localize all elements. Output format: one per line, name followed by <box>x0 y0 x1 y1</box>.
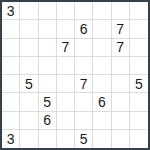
cell-r1c4[interactable] <box>57 2 75 20</box>
cell-r8c3[interactable] <box>39 130 57 148</box>
cell-r8c1[interactable]: 3 <box>2 130 20 148</box>
cell-r5c6[interactable] <box>93 75 111 93</box>
cell-r6c4[interactable] <box>57 93 75 111</box>
given-digit: 7 <box>116 40 124 54</box>
cell-r7c5[interactable] <box>75 112 93 130</box>
cell-r2c8[interactable] <box>130 20 148 38</box>
cell-r2c3[interactable] <box>39 20 57 38</box>
cell-r6c3[interactable]: 5 <box>39 93 57 111</box>
cell-r4c5[interactable] <box>75 57 93 75</box>
cell-r8c8[interactable] <box>130 130 148 148</box>
cell-r3c1[interactable] <box>2 39 20 57</box>
cell-r6c1[interactable] <box>2 93 20 111</box>
given-digit: 5 <box>43 95 51 109</box>
given-digit: 5 <box>25 77 33 91</box>
cell-r7c1[interactable] <box>2 112 20 130</box>
cell-r4c7[interactable] <box>112 57 130 75</box>
cell-r3c6[interactable] <box>93 39 111 57</box>
given-digit: 6 <box>98 95 106 109</box>
cell-r5c2[interactable]: 5 <box>20 75 38 93</box>
cell-r1c1[interactable]: 3 <box>2 2 20 20</box>
cell-r2c6[interactable] <box>93 20 111 38</box>
cell-r7c2[interactable] <box>20 112 38 130</box>
cell-r2c7[interactable]: 7 <box>112 20 130 38</box>
cell-r4c2[interactable] <box>20 57 38 75</box>
cell-r5c3[interactable] <box>39 75 57 93</box>
cell-r7c7[interactable] <box>112 112 130 130</box>
cell-r5c5[interactable]: 7 <box>75 75 93 93</box>
cell-r7c8[interactable] <box>130 112 148 130</box>
cell-r1c2[interactable] <box>20 2 38 20</box>
cell-r7c6[interactable] <box>93 112 111 130</box>
cell-r4c8[interactable] <box>130 57 148 75</box>
given-digit: 6 <box>80 22 88 36</box>
cell-r5c4[interactable] <box>57 75 75 93</box>
cell-r3c4[interactable]: 7 <box>57 39 75 57</box>
cell-r7c4[interactable] <box>57 112 75 130</box>
given-digit: 7 <box>80 77 88 91</box>
cell-r2c1[interactable] <box>2 20 20 38</box>
given-digit: 7 <box>116 22 124 36</box>
cell-r4c1[interactable] <box>2 57 20 75</box>
cell-r6c8[interactable] <box>130 93 148 111</box>
cell-r2c5[interactable]: 6 <box>75 20 93 38</box>
puzzle-board: 3677757556635 <box>0 0 150 150</box>
cell-r7c3[interactable]: 6 <box>39 112 57 130</box>
cell-r8c2[interactable] <box>20 130 38 148</box>
cell-r8c6[interactable] <box>93 130 111 148</box>
cell-r1c7[interactable] <box>112 2 130 20</box>
cell-r6c2[interactable] <box>20 93 38 111</box>
cell-r5c7[interactable] <box>112 75 130 93</box>
given-digit: 3 <box>7 132 15 146</box>
cell-r2c4[interactable] <box>57 20 75 38</box>
cell-r8c5[interactable]: 5 <box>75 130 93 148</box>
cell-r6c7[interactable] <box>112 93 130 111</box>
given-digit: 6 <box>43 113 51 127</box>
cell-r2c2[interactable] <box>20 20 38 38</box>
cell-r4c3[interactable] <box>39 57 57 75</box>
cell-r3c7[interactable]: 7 <box>112 39 130 57</box>
cell-r1c6[interactable] <box>93 2 111 20</box>
cell-r1c8[interactable] <box>130 2 148 20</box>
cell-r4c4[interactable] <box>57 57 75 75</box>
given-digit: 7 <box>61 40 69 54</box>
given-digit: 5 <box>135 77 143 91</box>
cell-r6c6[interactable]: 6 <box>93 93 111 111</box>
cell-r3c3[interactable] <box>39 39 57 57</box>
cell-r3c5[interactable] <box>75 39 93 57</box>
cell-r5c1[interactable] <box>2 75 20 93</box>
given-digit: 5 <box>80 132 88 146</box>
cell-r1c5[interactable] <box>75 2 93 20</box>
given-digit: 3 <box>7 4 15 18</box>
cell-r5c8[interactable]: 5 <box>130 75 148 93</box>
cell-r1c3[interactable] <box>39 2 57 20</box>
cell-r4c6[interactable] <box>93 57 111 75</box>
cell-r8c4[interactable] <box>57 130 75 148</box>
cell-r8c7[interactable] <box>112 130 130 148</box>
cell-r3c8[interactable] <box>130 39 148 57</box>
cell-r6c5[interactable] <box>75 93 93 111</box>
cell-r3c2[interactable] <box>20 39 38 57</box>
